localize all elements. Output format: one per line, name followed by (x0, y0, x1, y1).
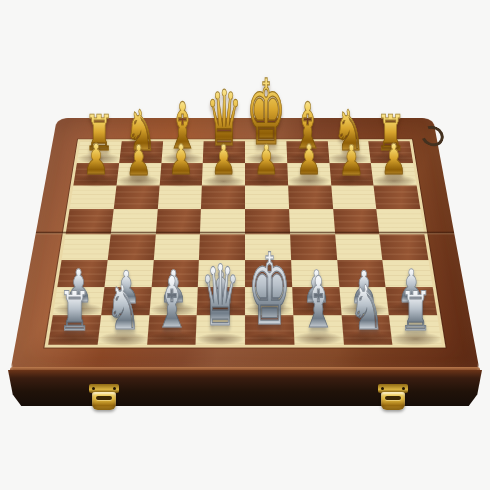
square-h4 (379, 234, 428, 260)
square-a2 (53, 287, 104, 315)
square-f5 (289, 209, 335, 234)
square-e5 (245, 209, 290, 234)
square-f7 (287, 163, 331, 186)
box-front-face (8, 370, 482, 406)
square-a6 (70, 186, 117, 210)
square-d2 (197, 287, 245, 315)
square-c7 (159, 163, 203, 186)
square-g8 (327, 141, 371, 163)
square-g2 (339, 287, 389, 315)
board-grid (44, 139, 445, 347)
square-g6 (331, 186, 377, 210)
square-e3 (245, 260, 292, 287)
square-c5 (155, 209, 201, 234)
square-a7 (73, 163, 119, 186)
square-g3 (337, 260, 386, 287)
square-c6 (157, 186, 202, 210)
square-g5 (333, 209, 380, 234)
square-e8 (245, 141, 287, 163)
square-b7 (116, 163, 161, 186)
square-d1 (196, 315, 245, 345)
square-d4 (199, 234, 245, 260)
board (10, 118, 481, 375)
square-c8 (161, 141, 204, 163)
square-g4 (335, 234, 383, 260)
square-f3 (291, 260, 339, 287)
square-h8 (368, 141, 413, 163)
square-d7 (202, 163, 245, 186)
square-f1 (293, 315, 343, 345)
square-c3 (151, 260, 199, 287)
square-f2 (292, 287, 341, 315)
square-f6 (288, 186, 333, 210)
square-e7 (245, 163, 288, 186)
square-h3 (383, 260, 433, 287)
square-h2 (386, 287, 437, 315)
square-b1 (97, 315, 149, 345)
square-a8 (77, 141, 122, 163)
square-f8 (286, 141, 329, 163)
square-a1 (48, 315, 101, 345)
square-b6 (113, 186, 159, 210)
square-e2 (245, 287, 293, 315)
left-latch (87, 384, 121, 411)
square-e1 (245, 315, 294, 345)
latch-body (381, 392, 405, 410)
latch-body (92, 392, 116, 410)
square-a4 (62, 234, 111, 260)
square-d8 (203, 141, 245, 163)
right-latch (376, 384, 410, 411)
square-f4 (290, 234, 337, 260)
square-b2 (101, 287, 151, 315)
square-c1 (147, 315, 197, 345)
square-g1 (341, 315, 393, 345)
square-a5 (66, 209, 114, 234)
square-b3 (104, 260, 153, 287)
square-g7 (329, 163, 374, 186)
square-e6 (245, 186, 289, 210)
square-b8 (119, 141, 163, 163)
square-c4 (153, 234, 200, 260)
square-e4 (245, 234, 291, 260)
square-h6 (374, 186, 421, 210)
square-b4 (107, 234, 155, 260)
latch-slot (385, 396, 401, 400)
square-d3 (198, 260, 245, 287)
latch-slot (96, 396, 112, 400)
square-a3 (57, 260, 107, 287)
square-h1 (389, 315, 442, 345)
square-b5 (111, 209, 158, 234)
square-h5 (377, 209, 425, 234)
chess-set-photo: ♜♞♝♛♚♝♞♜♟♟♟♟♟♟♟♟♟♟♟♟♟♟♟♟♜♞♝♛♚♝♞♜ (0, 0, 490, 490)
square-d5 (200, 209, 245, 234)
square-c2 (149, 287, 198, 315)
square-d6 (201, 186, 245, 210)
square-h7 (371, 163, 417, 186)
